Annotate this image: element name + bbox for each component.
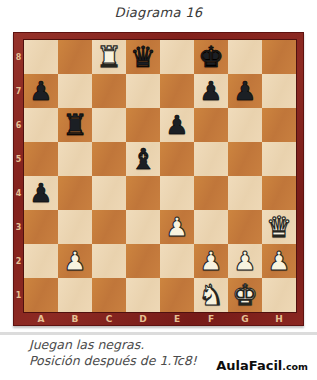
diagram-title: Diagrama 16 <box>0 5 317 20</box>
site-name: AulaFacil <box>216 358 282 373</box>
square-f2: ♟ <box>194 244 228 278</box>
square-e5 <box>160 142 194 176</box>
square-f7: ♟ <box>194 74 228 108</box>
square-f3 <box>194 210 228 244</box>
square-a7: ♟ <box>24 74 58 108</box>
square-g6 <box>228 108 262 142</box>
black-pawn: ♟ <box>194 74 228 108</box>
square-g8 <box>228 40 262 74</box>
black-pawn: ♟ <box>24 74 58 108</box>
square-b1 <box>58 278 92 312</box>
square-b2: ♟ <box>58 244 92 278</box>
square-e3: ♟ <box>160 210 194 244</box>
square-d8: ♛ <box>126 40 160 74</box>
square-b8 <box>58 40 92 74</box>
square-a2 <box>24 244 58 278</box>
square-b3 <box>58 210 92 244</box>
caption-to-move: Juegan las negras. <box>29 337 144 352</box>
square-h5 <box>262 142 296 176</box>
square-g7: ♟ <box>228 74 262 108</box>
square-h7 <box>262 74 296 108</box>
file-label-a: A <box>24 312 58 326</box>
square-b4 <box>58 176 92 210</box>
square-d7 <box>126 74 160 108</box>
square-c7 <box>92 74 126 108</box>
square-g5 <box>228 142 262 176</box>
rank-label-7: 7 <box>13 74 24 108</box>
square-e2 <box>160 244 194 278</box>
white-pawn: ♟ <box>228 244 262 278</box>
square-a3 <box>24 210 58 244</box>
square-d3 <box>126 210 160 244</box>
square-d5: ♝ <box>126 142 160 176</box>
rank-label-1: 1 <box>13 278 24 312</box>
black-pawn: ♟ <box>160 108 194 142</box>
square-f8: ♚ <box>194 40 228 74</box>
black-queen: ♛ <box>126 40 160 74</box>
square-g3 <box>228 210 262 244</box>
square-g2: ♟ <box>228 244 262 278</box>
white-pawn: ♟ <box>160 210 194 244</box>
square-a8 <box>24 40 58 74</box>
site-branding: AulaFacil.com <box>216 355 308 374</box>
square-c3 <box>92 210 126 244</box>
file-label-f: F <box>194 312 228 326</box>
rank-label-5: 5 <box>13 142 24 176</box>
rank-labels: 87654321 <box>13 40 24 312</box>
square-b5 <box>58 142 92 176</box>
square-g1: ♚ <box>228 278 262 312</box>
rank-label-3: 3 <box>13 210 24 244</box>
square-h4 <box>262 176 296 210</box>
square-b7 <box>58 74 92 108</box>
black-pawn: ♟ <box>228 74 262 108</box>
file-label-d: D <box>126 312 160 326</box>
square-c8: ♜ <box>92 40 126 74</box>
rank-label-2: 2 <box>13 244 24 278</box>
site-suffix: .com <box>282 361 308 372</box>
square-h1 <box>262 278 296 312</box>
file-label-c: C <box>92 312 126 326</box>
square-a5 <box>24 142 58 176</box>
square-e4 <box>160 176 194 210</box>
square-c6 <box>92 108 126 142</box>
square-e7 <box>160 74 194 108</box>
square-h2: ♟ <box>262 244 296 278</box>
image-bottom-edge <box>0 332 317 335</box>
white-queen: ♛ <box>262 210 296 244</box>
caption-last-move: Posición después de 1.Tc8! <box>29 353 197 368</box>
rank-label-8: 8 <box>13 40 24 74</box>
square-h6 <box>262 108 296 142</box>
square-h3: ♛ <box>262 210 296 244</box>
file-label-h: H <box>262 312 296 326</box>
white-pawn: ♟ <box>194 244 228 278</box>
square-b6: ♜ <box>58 108 92 142</box>
square-d2 <box>126 244 160 278</box>
square-a1 <box>24 278 58 312</box>
file-label-b: B <box>58 312 92 326</box>
file-labels: ABCDEFGH <box>24 312 296 326</box>
black-pawn: ♟ <box>24 176 58 210</box>
square-c2 <box>92 244 126 278</box>
file-label-g: G <box>228 312 262 326</box>
square-f4 <box>194 176 228 210</box>
black-bishop: ♝ <box>126 142 160 176</box>
black-rook: ♜ <box>58 108 92 142</box>
rank-label-4: 4 <box>13 176 24 210</box>
white-pawn: ♟ <box>58 244 92 278</box>
square-e6: ♟ <box>160 108 194 142</box>
square-e8 <box>160 40 194 74</box>
square-c1 <box>92 278 126 312</box>
white-pawn: ♟ <box>262 244 296 278</box>
white-knight: ♞ <box>194 278 228 312</box>
file-label-e: E <box>160 312 194 326</box>
square-h8 <box>262 40 296 74</box>
white-king: ♚ <box>228 278 262 312</box>
square-g4 <box>228 176 262 210</box>
square-f1: ♞ <box>194 278 228 312</box>
square-c5 <box>92 142 126 176</box>
chess-board: 87654321 ABCDEFGH ♜♛♚♟♟♟♜♟♝♟♟♛♟♟♟♟♞♚ <box>13 32 304 326</box>
square-e1 <box>160 278 194 312</box>
white-rook: ♜ <box>92 40 126 74</box>
square-f6 <box>194 108 228 142</box>
square-a6 <box>24 108 58 142</box>
square-f5 <box>194 142 228 176</box>
square-d4 <box>126 176 160 210</box>
square-a4: ♟ <box>24 176 58 210</box>
rank-label-6: 6 <box>13 108 24 142</box>
board-squares: ♜♛♚♟♟♟♜♟♝♟♟♛♟♟♟♟♞♚ <box>24 40 296 312</box>
square-c4 <box>92 176 126 210</box>
square-d1 <box>126 278 160 312</box>
black-king: ♚ <box>194 40 228 74</box>
square-d6 <box>126 108 160 142</box>
